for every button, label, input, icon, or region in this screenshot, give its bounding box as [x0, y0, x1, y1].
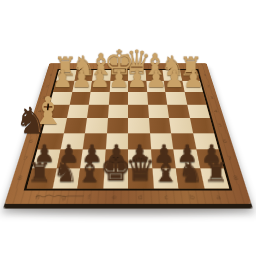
square-c8[interactable]: ♝ — [152, 168, 179, 189]
square-g1[interactable]: ♞ — [74, 70, 93, 80]
square-a6[interactable] — [193, 133, 219, 150]
square-c7[interactable]: ♟ — [151, 150, 176, 168]
square-g4[interactable] — [67, 104, 89, 118]
square-d5[interactable] — [128, 118, 150, 133]
square-f8[interactable]: ♝ — [77, 168, 104, 189]
piece-white-rook[interactable]: ♜ — [179, 54, 202, 80]
square-c3[interactable] — [147, 92, 167, 104]
square-f6[interactable] — [83, 133, 107, 150]
coord-file-d: d — [138, 194, 143, 201]
coord-rank-right-6: 6 — [222, 139, 228, 144]
square-e2[interactable]: ♟ — [109, 81, 128, 92]
square-c1[interactable]: ♝ — [145, 70, 164, 80]
square-a5[interactable] — [190, 118, 215, 133]
square-f2[interactable]: ♟ — [91, 81, 111, 92]
square-a8[interactable]: ♜ — [200, 168, 230, 189]
coord-rank-right-3: 3 — [210, 96, 215, 100]
square-h7[interactable]: ♟ — [32, 150, 60, 168]
coord-rank-right-8: 8 — [233, 175, 239, 181]
square-g8[interactable]: ♞ — [52, 168, 80, 189]
square-d8[interactable]: ♛ — [128, 168, 153, 189]
coord-rank-left-7: 7 — [23, 156, 29, 161]
square-g5[interactable] — [63, 118, 87, 133]
square-c2[interactable]: ♟ — [146, 81, 166, 92]
coord-file-c: c — [164, 194, 169, 201]
square-a3[interactable] — [184, 92, 206, 104]
piece-black-knight[interactable]: ♞ — [52, 158, 77, 186]
coord-file-e: e — [112, 194, 117, 201]
square-e8[interactable]: ♚ — [103, 168, 128, 189]
piece-white-queen[interactable]: ♛ — [122, 47, 152, 80]
square-g2[interactable]: ♟ — [72, 81, 92, 92]
square-f3[interactable] — [89, 92, 109, 104]
square-e4[interactable] — [108, 104, 129, 118]
coord-rank-left-1: 1 — [49, 74, 53, 77]
square-d7[interactable]: ♟ — [128, 150, 152, 168]
coord-rank-right-4: 4 — [213, 109, 218, 113]
square-c6[interactable] — [150, 133, 174, 150]
coord-rank-left-8: 8 — [17, 175, 23, 181]
coord-rank-right-2: 2 — [206, 84, 210, 87]
square-f1[interactable]: ♝ — [92, 70, 111, 80]
square-d1[interactable]: ♛ — [128, 70, 146, 80]
square-a7[interactable]: ♟ — [196, 150, 224, 168]
coord-rank-left-2: 2 — [45, 84, 49, 87]
square-e1[interactable]: ♚ — [110, 70, 128, 80]
square-g7[interactable]: ♟ — [56, 150, 82, 168]
square-e6[interactable] — [105, 133, 128, 150]
spare-black-knight[interactable]: ♞ — [15, 103, 47, 139]
square-f5[interactable] — [85, 118, 108, 133]
square-b5[interactable] — [169, 118, 193, 133]
square-a2[interactable]: ♟ — [182, 81, 203, 92]
square-b8[interactable]: ♞ — [176, 168, 204, 189]
square-c5[interactable] — [149, 118, 172, 133]
piece-white-rook[interactable]: ♜ — [54, 54, 77, 80]
coord-rank-right-5: 5 — [218, 123, 223, 127]
square-b1[interactable]: ♞ — [162, 70, 181, 80]
square-g6[interactable] — [60, 133, 85, 150]
square-e7[interactable]: ♟ — [104, 150, 128, 168]
coord-rank-right-7: 7 — [227, 156, 233, 161]
piece-black-king[interactable]: ♚ — [99, 151, 131, 187]
square-f4[interactable] — [87, 104, 108, 118]
square-d3[interactable] — [128, 92, 148, 104]
square-d2[interactable]: ♟ — [128, 81, 147, 92]
square-f7[interactable]: ♟ — [80, 150, 105, 168]
coord-file-f: f — [87, 194, 90, 201]
piece-black-knight[interactable]: ♞ — [178, 158, 203, 186]
square-a4[interactable] — [187, 104, 210, 118]
square-a1[interactable]: ♜ — [180, 70, 200, 80]
square-e3[interactable] — [108, 92, 128, 104]
square-d4[interactable] — [128, 104, 149, 118]
square-c4[interactable] — [148, 104, 169, 118]
square-g3[interactable] — [69, 92, 90, 104]
square-e5[interactable] — [106, 118, 128, 133]
square-b2[interactable]: ♟ — [164, 81, 184, 92]
coord-file-b: b — [189, 194, 195, 201]
coord-file-a: a — [215, 194, 221, 201]
coord-rank-right-1: 1 — [203, 74, 207, 77]
square-b3[interactable] — [165, 92, 186, 104]
chess-set-photo: hgfedcba 12345678 12345678 ♜♞♝♚♛♝♞♜♟♟♟♟♟… — [0, 0, 256, 256]
square-d6[interactable] — [128, 133, 151, 150]
engraved-signature — [34, 192, 88, 201]
